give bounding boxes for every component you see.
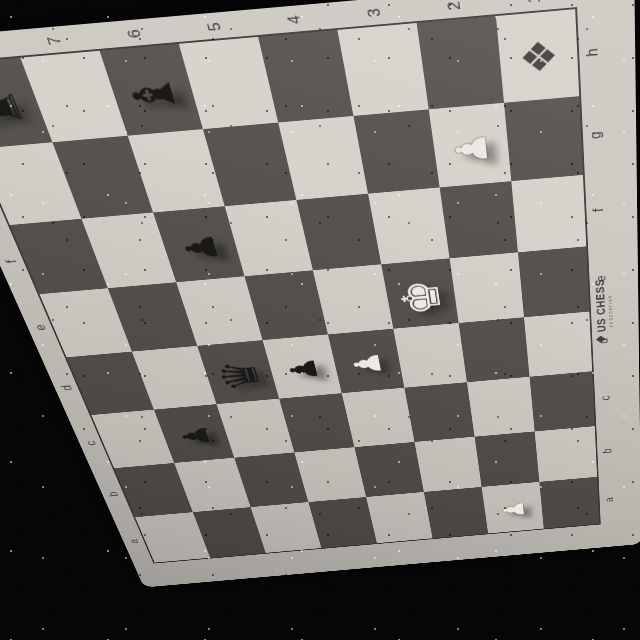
square-g3[interactable] (353, 109, 439, 193)
square-e1[interactable] (518, 246, 589, 317)
chess-board-vinyl: ♜♝❖♟♟♚♛♟♟♟♟ 87654321hgfedcbahgfedcba ❖ U… (0, 0, 640, 587)
us-chess-corner-logo-icon: ❖ (517, 32, 560, 82)
file-label-right-a: a (602, 497, 616, 503)
square-d3[interactable] (393, 323, 467, 388)
square-a1[interactable] (539, 477, 599, 529)
square-h1[interactable]: ❖ (496, 9, 579, 103)
square-g1[interactable] (504, 96, 583, 181)
black-pawn-f6[interactable]: ♟ (176, 231, 225, 263)
file-label-left-c: c (83, 440, 100, 446)
photo-scene: ♜♝❖♟♟♚♛♟♟♟♟ 87654321hgfedcbahgfedcba ❖ U… (0, 0, 640, 640)
square-h3[interactable] (337, 23, 428, 116)
square-a2[interactable]: ♟ (482, 482, 544, 534)
square-d2[interactable] (459, 317, 530, 382)
rank-label-top-2: 2 (444, 0, 465, 11)
rank-label-top-4: 4 (284, 14, 306, 24)
file-label-right-c: c (598, 395, 614, 401)
white-pawn-g2[interactable]: ♟ (448, 131, 494, 167)
square-c2[interactable] (467, 377, 535, 437)
square-c4[interactable] (342, 388, 415, 447)
square-b3[interactable] (414, 437, 481, 492)
square-e4[interactable] (313, 264, 393, 334)
board-perspective-wrap: ♜♝❖♟♟♚♛♟♟♟♟ 87654321hgfedcbahgfedcba ❖ U… (0, 0, 640, 587)
file-label-left-b: b (105, 491, 122, 497)
rank-label-top-6: 6 (124, 29, 147, 39)
square-d1[interactable] (524, 312, 592, 377)
rank-label-top-7: 7 (44, 36, 67, 46)
square-f2[interactable] (440, 181, 518, 258)
rank-label-top-5: 5 (204, 21, 226, 31)
square-a5[interactable] (308, 497, 377, 548)
file-label-right-h: h (583, 47, 603, 57)
black-bishop-h6[interactable]: ♝ (120, 71, 187, 118)
black-pawn-d5[interactable]: ♟ (283, 356, 324, 382)
file-label-right-b: b (600, 448, 615, 454)
brand-subtitle: FEDERATION (607, 294, 613, 327)
square-g2[interactable]: ♟ (429, 103, 512, 188)
rank-label-top-3: 3 (364, 7, 385, 17)
square-a3[interactable] (424, 487, 488, 538)
file-label-right-f: f (590, 208, 608, 213)
white-pawn-d4[interactable]: ♟ (347, 350, 387, 376)
square-c3[interactable] (404, 382, 474, 442)
square-b2[interactable] (475, 431, 540, 486)
square-c1[interactable] (530, 371, 595, 431)
file-label-left-d: d (58, 384, 76, 391)
white-pawn-a2[interactable]: ♟ (498, 500, 528, 519)
us-chess-brand: ❖ US CHESS FEDERATION (591, 278, 614, 344)
black-rook-h8[interactable]: ♜ (0, 86, 32, 130)
square-b5[interactable] (294, 447, 366, 502)
square-a4[interactable] (366, 492, 432, 543)
black-queen-d6[interactable]: ♛ (211, 358, 268, 393)
file-label-left-f: f (2, 259, 21, 264)
us-chess-logo-icon: ❖ (593, 334, 608, 344)
square-d4[interactable]: ♟ (328, 329, 404, 393)
square-b4[interactable] (354, 442, 423, 497)
black-pawn-c7[interactable]: ♟ (175, 424, 216, 448)
square-h2[interactable] (417, 16, 504, 109)
square-e3[interactable]: ♚ (381, 258, 458, 328)
square-e2[interactable] (450, 252, 524, 323)
square-b1[interactable] (535, 426, 597, 482)
file-label-left-e: e (31, 324, 50, 331)
square-f3[interactable] (368, 187, 450, 264)
file-label-left-a: a (126, 538, 142, 544)
rank-label-top-1: 1 (524, 0, 545, 4)
square-f1[interactable] (511, 175, 586, 252)
file-label-right-g: g (586, 131, 605, 140)
chess-board-grid: ♜♝❖♟♟♚♛♟♟♟♟ (0, 9, 599, 562)
brand-name: US CHESS (591, 278, 607, 332)
white-king-e3[interactable]: ♚ (392, 277, 450, 317)
